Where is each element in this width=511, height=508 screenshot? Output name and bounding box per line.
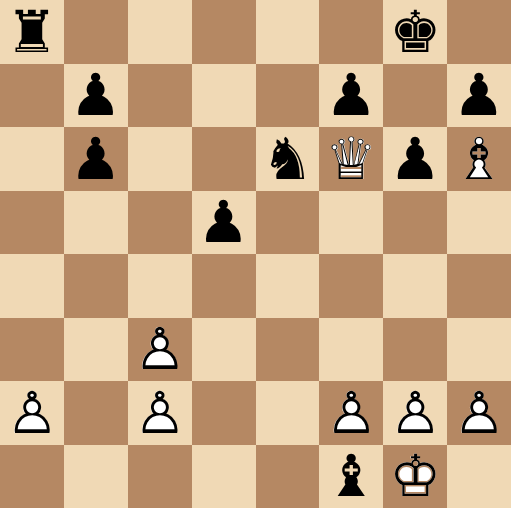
square-h5[interactable]	[447, 191, 511, 255]
square-a4[interactable]	[0, 254, 64, 318]
square-h1[interactable]	[447, 445, 511, 508]
square-h3[interactable]	[447, 318, 511, 382]
square-b5[interactable]	[64, 191, 128, 255]
square-h8[interactable]	[447, 0, 511, 64]
piece-black-pawn[interactable]: ♟	[64, 64, 128, 128]
square-b7[interactable]: ♟	[64, 64, 128, 128]
square-e2[interactable]	[256, 381, 320, 445]
square-e3[interactable]	[256, 318, 320, 382]
square-b4[interactable]	[64, 254, 128, 318]
piece-glyph-fill: ♟	[192, 191, 256, 255]
square-e6[interactable]: ♞	[256, 127, 320, 191]
piece-white-pawn[interactable]: ♟♙	[383, 381, 447, 445]
square-d7[interactable]	[192, 64, 256, 128]
square-b3[interactable]	[64, 318, 128, 382]
square-g3[interactable]	[383, 318, 447, 382]
chess-board: ♜♚♟♟♟♟♞♛♕♟♝♗♟♟♙♟♙♟♙♟♙♟♙♟♙♝♚♔	[0, 0, 511, 508]
piece-glyph-fill: ♟	[383, 127, 447, 191]
square-d2[interactable]	[192, 381, 256, 445]
square-a5[interactable]	[0, 191, 64, 255]
piece-black-bishop[interactable]: ♝	[319, 445, 383, 508]
square-g4[interactable]	[383, 254, 447, 318]
piece-white-queen[interactable]: ♛♕	[319, 127, 383, 191]
square-h6[interactable]: ♝♗	[447, 127, 511, 191]
square-c2[interactable]: ♟♙	[128, 381, 192, 445]
square-g8[interactable]: ♚	[383, 0, 447, 64]
piece-glyph-outline: ♙	[128, 318, 192, 382]
square-e5[interactable]	[256, 191, 320, 255]
piece-glyph-fill: ♟	[64, 127, 128, 191]
piece-glyph-fill: ♟	[319, 64, 383, 128]
square-c4[interactable]	[128, 254, 192, 318]
square-d4[interactable]	[192, 254, 256, 318]
square-c5[interactable]	[128, 191, 192, 255]
square-f4[interactable]	[319, 254, 383, 318]
piece-white-king[interactable]: ♚♔	[383, 445, 447, 508]
piece-black-knight[interactable]: ♞	[256, 127, 320, 191]
square-h2[interactable]: ♟♙	[447, 381, 511, 445]
square-c6[interactable]	[128, 127, 192, 191]
square-b1[interactable]	[64, 445, 128, 508]
square-b6[interactable]: ♟	[64, 127, 128, 191]
piece-glyph-fill: ♜	[0, 0, 64, 64]
square-e1[interactable]	[256, 445, 320, 508]
piece-white-pawn[interactable]: ♟♙	[128, 381, 192, 445]
square-c8[interactable]	[128, 0, 192, 64]
square-f3[interactable]	[319, 318, 383, 382]
piece-glyph-outline: ♗	[447, 127, 511, 191]
square-g1[interactable]: ♚♔	[383, 445, 447, 508]
square-h7[interactable]: ♟	[447, 64, 511, 128]
piece-glyph-outline: ♙	[447, 381, 511, 445]
piece-white-pawn[interactable]: ♟♙	[447, 381, 511, 445]
square-a1[interactable]	[0, 445, 64, 508]
square-f6[interactable]: ♛♕	[319, 127, 383, 191]
square-a3[interactable]	[0, 318, 64, 382]
piece-glyph-outline: ♔	[383, 445, 447, 508]
piece-black-king[interactable]: ♚	[383, 0, 447, 64]
square-e4[interactable]	[256, 254, 320, 318]
square-g6[interactable]: ♟	[383, 127, 447, 191]
square-d1[interactable]	[192, 445, 256, 508]
square-c1[interactable]	[128, 445, 192, 508]
square-b8[interactable]	[64, 0, 128, 64]
piece-glyph-outline: ♙	[319, 381, 383, 445]
square-c7[interactable]	[128, 64, 192, 128]
square-d8[interactable]	[192, 0, 256, 64]
square-a8[interactable]: ♜	[0, 0, 64, 64]
square-f8[interactable]	[319, 0, 383, 64]
piece-black-pawn[interactable]: ♟	[319, 64, 383, 128]
piece-glyph-outline: ♙	[128, 381, 192, 445]
square-e7[interactable]	[256, 64, 320, 128]
piece-black-pawn[interactable]: ♟	[64, 127, 128, 191]
piece-black-rook[interactable]: ♜	[0, 0, 64, 64]
piece-white-pawn[interactable]: ♟♙	[319, 381, 383, 445]
square-d5[interactable]: ♟	[192, 191, 256, 255]
piece-white-pawn[interactable]: ♟♙	[0, 381, 64, 445]
piece-glyph-outline: ♙	[383, 381, 447, 445]
square-b2[interactable]	[64, 381, 128, 445]
square-h4[interactable]	[447, 254, 511, 318]
square-f5[interactable]	[319, 191, 383, 255]
piece-white-bishop[interactable]: ♝♗	[447, 127, 511, 191]
piece-glyph-outline: ♕	[319, 127, 383, 191]
piece-black-pawn[interactable]: ♟	[447, 64, 511, 128]
square-a6[interactable]	[0, 127, 64, 191]
piece-black-pawn[interactable]: ♟	[192, 191, 256, 255]
square-c3[interactable]: ♟♙	[128, 318, 192, 382]
square-d3[interactable]	[192, 318, 256, 382]
piece-white-pawn[interactable]: ♟♙	[128, 318, 192, 382]
square-f1[interactable]: ♝	[319, 445, 383, 508]
square-e8[interactable]	[256, 0, 320, 64]
square-g5[interactable]	[383, 191, 447, 255]
square-f2[interactable]: ♟♙	[319, 381, 383, 445]
square-a2[interactable]: ♟♙	[0, 381, 64, 445]
square-d6[interactable]	[192, 127, 256, 191]
square-a7[interactable]	[0, 64, 64, 128]
square-f7[interactable]: ♟	[319, 64, 383, 128]
piece-glyph-fill: ♟	[447, 64, 511, 128]
piece-black-pawn[interactable]: ♟	[383, 127, 447, 191]
square-g7[interactable]	[383, 64, 447, 128]
piece-glyph-fill: ♟	[64, 64, 128, 128]
piece-glyph-fill: ♞	[256, 127, 320, 191]
piece-glyph-fill: ♝	[319, 445, 383, 508]
square-g2[interactable]: ♟♙	[383, 381, 447, 445]
piece-glyph-outline: ♙	[0, 381, 64, 445]
piece-glyph-fill: ♚	[383, 0, 447, 64]
